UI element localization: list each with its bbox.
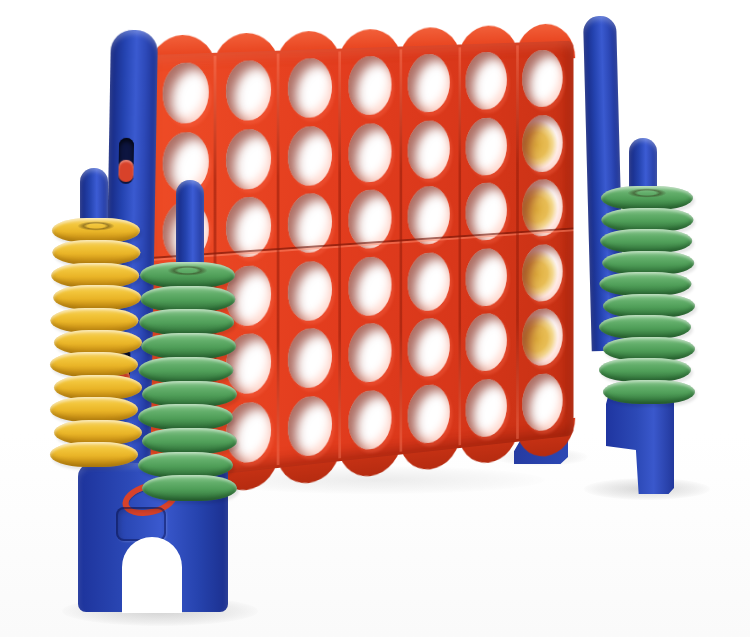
yellow-disc (54, 420, 142, 445)
green-disc (599, 272, 691, 296)
board-cell (279, 322, 340, 395)
board-cell (279, 389, 340, 463)
board-hole (466, 117, 507, 177)
yellow-disc (50, 397, 138, 422)
yellow-disc (52, 218, 140, 243)
green-disc (140, 262, 235, 288)
board-cell (154, 58, 217, 130)
board-cell (515, 238, 571, 307)
green-disc (602, 251, 694, 275)
disc-pile (52, 168, 140, 468)
yellow-disc (50, 308, 138, 333)
board-cell (458, 242, 515, 312)
green-disc (138, 404, 233, 430)
green-disc (138, 357, 233, 383)
board-hole (349, 122, 392, 183)
green-disc (603, 294, 695, 318)
board-cell (340, 383, 399, 456)
yellow-disc (53, 285, 141, 310)
board-hole (408, 54, 450, 114)
column-ridge (516, 45, 519, 439)
green-disc (140, 286, 235, 312)
board-cell (458, 47, 515, 115)
board-hole (466, 312, 507, 373)
board-hole (349, 388, 392, 451)
yellow-disc (50, 352, 138, 377)
board-hole (288, 259, 332, 322)
product-photo-scene (0, 0, 750, 637)
green-disc (142, 428, 237, 454)
board-hole (408, 119, 450, 179)
board-cell (515, 110, 571, 178)
yellow-disc (54, 375, 142, 400)
column-ridge (399, 49, 402, 451)
board-hole (349, 322, 392, 385)
green-disc (141, 333, 236, 359)
green-disc (599, 315, 691, 339)
board-hole (408, 383, 450, 445)
foot-panel (116, 507, 166, 541)
board-cell (279, 255, 340, 327)
board-cell (279, 53, 340, 123)
green-disc (603, 337, 695, 361)
board-cell (515, 367, 571, 437)
board-hole (408, 317, 450, 379)
column-ridge (277, 54, 280, 466)
board-hole (288, 394, 332, 458)
yellow-disc (50, 442, 138, 467)
board-hole (522, 372, 562, 433)
board-hole (466, 247, 507, 308)
board-cell (400, 312, 458, 383)
board-hole (288, 327, 332, 390)
board-cell (515, 303, 571, 373)
board-cell (458, 307, 515, 377)
disc-stack-front-right (601, 138, 693, 404)
board-cell (340, 317, 399, 389)
board-cell (515, 45, 571, 112)
board-hole (522, 114, 562, 173)
green-disc (142, 381, 237, 407)
board-hole (288, 58, 332, 119)
board-cell (340, 118, 399, 188)
board-cell (340, 51, 399, 120)
board-hole (522, 50, 562, 109)
board-cell (340, 251, 399, 322)
green-disc (601, 208, 693, 232)
yellow-disc (52, 240, 140, 265)
board-hole (349, 255, 392, 317)
disc-pile (140, 180, 235, 502)
board-cell (400, 115, 458, 184)
yellow-disc (54, 330, 142, 355)
yellow-disc (51, 263, 139, 288)
board-cell (400, 378, 458, 450)
board-cell (458, 112, 515, 180)
disc-stack-front-center (140, 180, 235, 502)
board-cell (400, 49, 458, 117)
green-disc (142, 475, 237, 501)
board-hole (163, 62, 209, 125)
board-hole (522, 243, 562, 303)
board-hole (466, 377, 507, 439)
green-disc (599, 358, 691, 382)
column-ridge (339, 51, 342, 458)
board-cell (458, 372, 515, 443)
board-cell (400, 246, 458, 317)
board-cell (217, 56, 279, 127)
board-hole (288, 125, 332, 187)
board-hole (466, 52, 507, 111)
board-hole (408, 251, 450, 312)
board-hole (522, 307, 562, 368)
disc-pile (601, 138, 693, 404)
board-hole (226, 60, 271, 122)
foot-arch (122, 537, 182, 613)
green-disc (601, 186, 693, 210)
board-hole (349, 56, 392, 117)
green-disc (138, 452, 233, 478)
disc-stack-front-left (52, 168, 140, 468)
green-disc (603, 380, 695, 404)
green-disc (139, 309, 234, 335)
board-cell (279, 121, 340, 192)
column-ridge (458, 47, 461, 445)
green-disc (600, 229, 692, 253)
